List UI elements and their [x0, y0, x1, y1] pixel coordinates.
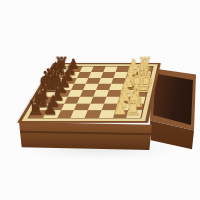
board-3d: ♜♞♝♛♚♝♞♜♟♟♟♟♟♟♟♟♟♟♟♟♟♟♟♟♜♞♝♛♚♝♞♜: [31, 63, 162, 123]
chess-set-photo: ♜♞♝♛♚♝♞♜♟♟♟♟♟♟♟♟♟♟♟♟♟♟♟♟♜♞♝♛♚♝♞♜: [0, 0, 200, 200]
black-pawn[interactable]: ♟: [39, 101, 61, 117]
chess-box-front: [19, 122, 152, 150]
white-rook[interactable]: ♜: [122, 98, 144, 118]
box-lid-seam: [20, 131, 151, 135]
